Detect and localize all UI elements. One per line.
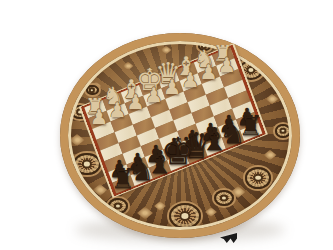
chess-board-photo: ♜♞♝♛♚♝♞♜♟♟♟♟♟♟♟♟♟♟♟♟♟♟♟♟♜♞♝♛♚♝♞♜ (0, 0, 333, 250)
